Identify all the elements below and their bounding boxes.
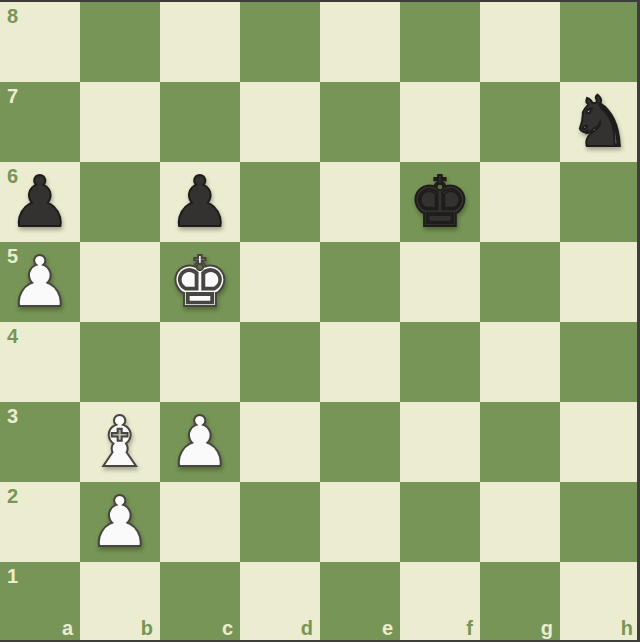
white-pawn-a5[interactable]: ♟ (0, 242, 80, 322)
square-h6[interactable] (560, 162, 640, 242)
square-f5[interactable] (400, 242, 480, 322)
square-g8[interactable] (480, 2, 560, 82)
black-knight-h7[interactable]: ♞ (560, 82, 640, 162)
rank-label-8: 8 (7, 5, 18, 28)
rank-label-7: 7 (7, 85, 18, 108)
file-label-a: a (62, 617, 73, 640)
square-d6[interactable] (240, 162, 320, 242)
file-label-g: g (541, 617, 553, 640)
white-bishop-b3[interactable]: ♝ (80, 402, 160, 482)
board-top-edge (0, 0, 640, 2)
square-d3[interactable] (240, 402, 320, 482)
chess-board: 87♞6♟♟♚5♟♚43♝♟2♟1abcdefgh (0, 2, 640, 642)
rank-label-2: 2 (7, 485, 18, 508)
square-g5[interactable] (480, 242, 560, 322)
square-g6[interactable] (480, 162, 560, 242)
file-label-h: h (621, 617, 633, 640)
file-label-e: e (382, 617, 393, 640)
file-label-c: c (222, 617, 233, 640)
square-c6[interactable]: ♟ (160, 162, 240, 242)
file-label-b: b (141, 617, 153, 640)
square-a6[interactable]: 6♟ (0, 162, 80, 242)
square-d8[interactable] (240, 2, 320, 82)
square-d1[interactable]: d (240, 562, 320, 642)
square-c5[interactable]: ♚ (160, 242, 240, 322)
rank-label-4: 4 (7, 325, 18, 348)
square-f4[interactable] (400, 322, 480, 402)
square-h4[interactable] (560, 322, 640, 402)
square-b7[interactable] (80, 82, 160, 162)
rank-label-1: 1 (7, 565, 18, 588)
chess-board-window: 87♞6♟♟♚5♟♚43♝♟2♟1abcdefgh (0, 0, 640, 642)
square-d7[interactable] (240, 82, 320, 162)
square-e1[interactable]: e (320, 562, 400, 642)
square-f8[interactable] (400, 2, 480, 82)
square-f1[interactable]: f (400, 562, 480, 642)
square-h8[interactable] (560, 2, 640, 82)
square-h7[interactable]: ♞ (560, 82, 640, 162)
white-pawn-c3[interactable]: ♟ (160, 402, 240, 482)
square-b2[interactable]: ♟ (80, 482, 160, 562)
square-f7[interactable] (400, 82, 480, 162)
square-c1[interactable]: c (160, 562, 240, 642)
square-g1[interactable]: g (480, 562, 560, 642)
square-a8[interactable]: 8 (0, 2, 80, 82)
square-g3[interactable] (480, 402, 560, 482)
square-f2[interactable] (400, 482, 480, 562)
square-d2[interactable] (240, 482, 320, 562)
square-e3[interactable] (320, 402, 400, 482)
white-pawn-b2[interactable]: ♟ (80, 482, 160, 562)
square-h2[interactable] (560, 482, 640, 562)
square-a5[interactable]: 5♟ (0, 242, 80, 322)
square-c7[interactable] (160, 82, 240, 162)
square-e7[interactable] (320, 82, 400, 162)
square-b3[interactable]: ♝ (80, 402, 160, 482)
square-b1[interactable]: b (80, 562, 160, 642)
square-b5[interactable] (80, 242, 160, 322)
square-f3[interactable] (400, 402, 480, 482)
square-b8[interactable] (80, 2, 160, 82)
square-a7[interactable]: 7 (0, 82, 80, 162)
square-a1[interactable]: 1a (0, 562, 80, 642)
file-label-f: f (466, 617, 473, 640)
square-g4[interactable] (480, 322, 560, 402)
square-a4[interactable]: 4 (0, 322, 80, 402)
square-e2[interactable] (320, 482, 400, 562)
black-pawn-c6[interactable]: ♟ (160, 162, 240, 242)
square-c8[interactable] (160, 2, 240, 82)
square-b4[interactable] (80, 322, 160, 402)
square-g2[interactable] (480, 482, 560, 562)
square-h3[interactable] (560, 402, 640, 482)
square-e8[interactable] (320, 2, 400, 82)
black-pawn-a6[interactable]: ♟ (0, 162, 80, 242)
square-g7[interactable] (480, 82, 560, 162)
rank-label-3: 3 (7, 405, 18, 428)
square-c3[interactable]: ♟ (160, 402, 240, 482)
square-h1[interactable]: h (560, 562, 640, 642)
square-e5[interactable] (320, 242, 400, 322)
square-a2[interactable]: 2 (0, 482, 80, 562)
square-a3[interactable]: 3 (0, 402, 80, 482)
square-e4[interactable] (320, 322, 400, 402)
square-d4[interactable] (240, 322, 320, 402)
white-king-c5[interactable]: ♚ (160, 242, 240, 322)
square-c2[interactable] (160, 482, 240, 562)
square-e6[interactable] (320, 162, 400, 242)
square-d5[interactable] (240, 242, 320, 322)
file-label-d: d (301, 617, 313, 640)
square-c4[interactable] (160, 322, 240, 402)
square-h5[interactable] (560, 242, 640, 322)
square-b6[interactable] (80, 162, 160, 242)
black-king-f6[interactable]: ♚ (400, 162, 480, 242)
square-f6[interactable]: ♚ (400, 162, 480, 242)
